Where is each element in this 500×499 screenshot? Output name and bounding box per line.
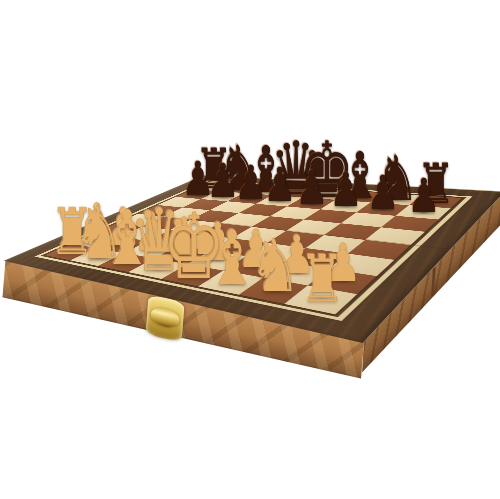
product-photo: ♜♞♝♛♚♝♞♜♟♟♟♟♟♟♟♟♟♟♟♟♟♟♟♟♜♞♝♛♚♝♞♜ (0, 0, 500, 499)
fold-seam (431, 266, 436, 298)
brass-latch-knob (149, 305, 181, 329)
